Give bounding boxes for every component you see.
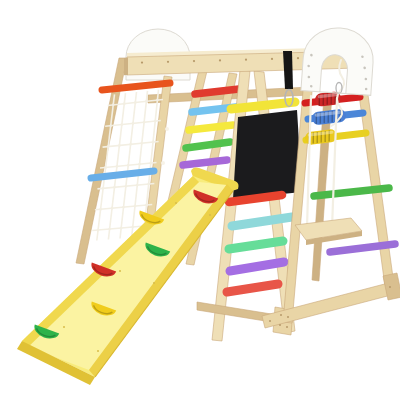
net-knot (97, 229, 100, 232)
screw (389, 286, 391, 288)
net-knot (152, 141, 155, 144)
wood-peg (165, 127, 169, 131)
net-knot (102, 187, 105, 190)
net-knot (108, 228, 111, 231)
screw (269, 320, 271, 322)
screw (219, 59, 221, 61)
screw (286, 326, 288, 328)
net-knot (143, 121, 146, 124)
net-knot (125, 185, 128, 188)
net-knot (109, 124, 112, 127)
screw (193, 60, 195, 62)
net-knot (99, 208, 102, 211)
screw (280, 314, 282, 316)
slide-screw (63, 326, 65, 328)
rung-front_ladder-2 (232, 217, 292, 226)
net-knot (104, 166, 107, 169)
net-knot (123, 102, 126, 105)
screw (245, 59, 247, 61)
slide-center (28, 182, 227, 370)
net-knot (120, 227, 123, 230)
playset-illustration (0, 0, 400, 400)
rung-inner_ladder-2 (189, 125, 233, 130)
slide-screw (209, 214, 211, 216)
net-knot (122, 206, 125, 209)
net-knot (150, 162, 153, 165)
hanging-strap (283, 51, 293, 89)
wood-peg (161, 161, 165, 165)
net-knot (145, 204, 148, 207)
net-knot (112, 104, 115, 107)
net-knot (138, 163, 141, 166)
net-knot (113, 186, 116, 189)
rung-inner_ladder-4 (183, 160, 227, 165)
net-knot (141, 142, 144, 145)
net-knot (129, 143, 132, 146)
net-knot (127, 164, 130, 167)
screw (141, 61, 143, 63)
net-knot (154, 120, 157, 123)
climbing-slide (17, 167, 239, 385)
slide-screw (119, 270, 121, 272)
screw (297, 57, 299, 59)
screw (279, 324, 281, 326)
net-knot (107, 145, 110, 148)
rung-front_ladder-4 (230, 262, 284, 271)
net-knot (118, 144, 121, 147)
product-photo (0, 0, 400, 400)
net-knot (134, 205, 137, 208)
net-knot (156, 99, 159, 102)
rung-front_ladder-5 (227, 284, 278, 292)
net-knot (147, 183, 150, 186)
slide-screw (153, 282, 155, 284)
net-knot (121, 123, 124, 126)
net-knot (134, 101, 137, 104)
net-knot (111, 207, 114, 210)
screw (167, 61, 169, 63)
net-knot (136, 184, 139, 187)
net-knot (145, 100, 148, 103)
screw (287, 316, 289, 318)
rung-inner_ladder-3 (186, 142, 230, 148)
screw (271, 58, 273, 60)
chalkboard (233, 110, 302, 199)
rung-inner_ladder-0 (195, 89, 239, 94)
slide-screw (175, 202, 177, 204)
net-knot (132, 122, 135, 125)
net-knot (131, 226, 134, 229)
net-knot (116, 165, 119, 168)
slide-screw (97, 350, 99, 352)
rung-left_panel-0 (102, 83, 170, 90)
top-beam-end-cap (124, 58, 128, 75)
